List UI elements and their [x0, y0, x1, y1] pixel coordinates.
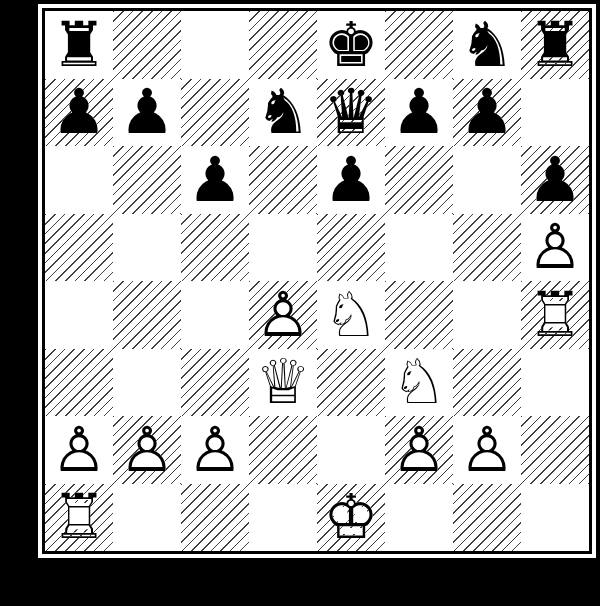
square-d6[interactable]	[249, 146, 317, 214]
square-e8[interactable]: ♚♚	[317, 11, 385, 79]
white-queen-piece: ♕	[249, 349, 317, 417]
piece-backing: ♞	[385, 349, 453, 417]
square-c2[interactable]: ♟♙	[181, 416, 249, 484]
black-queen-piece: ♛	[317, 79, 385, 147]
piece-backing: ♚	[317, 11, 385, 79]
square-d1[interactable]	[249, 484, 317, 552]
black-pawn-piece: ♟	[317, 146, 385, 214]
piece-backing: ♟	[385, 416, 453, 484]
square-b7[interactable]: ♟♟	[113, 79, 181, 147]
square-b3[interactable]	[113, 349, 181, 417]
white-pawn-piece: ♙	[113, 416, 181, 484]
black-pawn-piece: ♟	[385, 79, 453, 147]
square-h7[interactable]	[521, 79, 589, 147]
piece-backing: ♜	[521, 11, 589, 79]
piece-backing: ♛	[317, 79, 385, 147]
square-e5[interactable]	[317, 214, 385, 282]
square-f4[interactable]	[385, 281, 453, 349]
square-g5[interactable]	[453, 214, 521, 282]
white-knight-piece: ♘	[317, 281, 385, 349]
piece-backing: ♛	[249, 349, 317, 417]
black-knight-piece: ♞	[453, 11, 521, 79]
square-g2[interactable]: ♟♙	[453, 416, 521, 484]
square-d5[interactable]	[249, 214, 317, 282]
piece-backing: ♟	[181, 416, 249, 484]
white-rook-piece: ♖	[521, 281, 589, 349]
square-g6[interactable]	[453, 146, 521, 214]
square-f8[interactable]	[385, 11, 453, 79]
black-pawn-piece: ♟	[45, 79, 113, 147]
white-pawn-piece: ♙	[385, 416, 453, 484]
square-a8[interactable]: ♜♜	[45, 11, 113, 79]
square-a3[interactable]	[45, 349, 113, 417]
square-b2[interactable]: ♟♙	[113, 416, 181, 484]
square-f7[interactable]: ♟♟	[385, 79, 453, 147]
piece-backing: ♟	[249, 281, 317, 349]
piece-backing: ♟	[521, 214, 589, 282]
white-pawn-piece: ♙	[45, 416, 113, 484]
square-d8[interactable]	[249, 11, 317, 79]
square-d4[interactable]: ♟♙	[249, 281, 317, 349]
white-king-piece: ♔	[317, 484, 385, 552]
piece-backing: ♟	[181, 146, 249, 214]
black-king-piece: ♚	[317, 11, 385, 79]
square-h1[interactable]	[521, 484, 589, 552]
square-h5[interactable]: ♟♙	[521, 214, 589, 282]
square-b5[interactable]	[113, 214, 181, 282]
white-pawn-piece: ♙	[521, 214, 589, 282]
square-c1[interactable]	[181, 484, 249, 552]
square-a5[interactable]	[45, 214, 113, 282]
piece-backing: ♜	[45, 11, 113, 79]
square-a4[interactable]	[45, 281, 113, 349]
square-e7[interactable]: ♛♛	[317, 79, 385, 147]
piece-backing: ♟	[453, 79, 521, 147]
square-e6[interactable]: ♟♟	[317, 146, 385, 214]
square-b4[interactable]	[113, 281, 181, 349]
piece-backing: ♞	[317, 281, 385, 349]
piece-backing: ♟	[521, 146, 589, 214]
square-c6[interactable]: ♟♟	[181, 146, 249, 214]
square-c4[interactable]	[181, 281, 249, 349]
piece-backing: ♚	[317, 484, 385, 552]
white-knight-piece: ♘	[385, 349, 453, 417]
white-pawn-piece: ♙	[453, 416, 521, 484]
square-a2[interactable]: ♟♙	[45, 416, 113, 484]
square-e1[interactable]: ♚♔	[317, 484, 385, 552]
square-g8[interactable]: ♞♞	[453, 11, 521, 79]
piece-backing: ♟	[113, 416, 181, 484]
square-b1[interactable]	[113, 484, 181, 552]
board: ♜♜♚♚♞♞♜♜♟♟♟♟♞♞♛♛♟♟♟♟♟♟♟♟♟♟♟♙♟♙♞♘♜♖♛♕♞♘♟♙…	[45, 11, 589, 551]
square-f6[interactable]	[385, 146, 453, 214]
piece-backing: ♟	[385, 79, 453, 147]
board-frame: ♜♜♚♚♞♞♜♜♟♟♟♟♞♞♛♛♟♟♟♟♟♟♟♟♟♟♟♙♟♙♞♘♜♖♛♕♞♘♟♙…	[42, 8, 592, 554]
piece-backing: ♞	[249, 79, 317, 147]
square-d7[interactable]: ♞♞	[249, 79, 317, 147]
piece-backing: ♜	[45, 484, 113, 552]
square-e2[interactable]	[317, 416, 385, 484]
piece-backing: ♟	[113, 79, 181, 147]
square-h4[interactable]: ♜♖	[521, 281, 589, 349]
black-rook-piece: ♜	[45, 11, 113, 79]
chess-board-container: ♜♜♚♚♞♞♜♜♟♟♟♟♞♞♛♛♟♟♟♟♟♟♟♟♟♟♟♙♟♙♞♘♜♖♛♕♞♘♟♙…	[38, 4, 596, 558]
black-pawn-piece: ♟	[521, 146, 589, 214]
black-pawn-piece: ♟	[113, 79, 181, 147]
square-h8[interactable]: ♜♜	[521, 11, 589, 79]
square-d3[interactable]: ♛♕	[249, 349, 317, 417]
square-b6[interactable]	[113, 146, 181, 214]
piece-backing: ♟	[45, 79, 113, 147]
square-e4[interactable]: ♞♘	[317, 281, 385, 349]
black-pawn-piece: ♟	[453, 79, 521, 147]
square-c3[interactable]	[181, 349, 249, 417]
square-g3[interactable]	[453, 349, 521, 417]
square-f1[interactable]	[385, 484, 453, 552]
square-h6[interactable]: ♟♟	[521, 146, 589, 214]
square-c7[interactable]	[181, 79, 249, 147]
black-pawn-piece: ♟	[181, 146, 249, 214]
white-pawn-piece: ♙	[249, 281, 317, 349]
square-f2[interactable]: ♟♙	[385, 416, 453, 484]
square-h2[interactable]	[521, 416, 589, 484]
square-b8[interactable]	[113, 11, 181, 79]
square-a6[interactable]	[45, 146, 113, 214]
square-g1[interactable]	[453, 484, 521, 552]
piece-backing: ♟	[453, 416, 521, 484]
square-c5[interactable]	[181, 214, 249, 282]
black-knight-piece: ♞	[249, 79, 317, 147]
square-d2[interactable]	[249, 416, 317, 484]
square-f3[interactable]: ♞♘	[385, 349, 453, 417]
white-rook-piece: ♖	[45, 484, 113, 552]
piece-backing: ♟	[45, 416, 113, 484]
square-e3[interactable]	[317, 349, 385, 417]
square-c8[interactable]	[181, 11, 249, 79]
square-g7[interactable]: ♟♟	[453, 79, 521, 147]
square-h3[interactable]	[521, 349, 589, 417]
piece-backing: ♞	[453, 11, 521, 79]
piece-backing: ♜	[521, 281, 589, 349]
square-f5[interactable]	[385, 214, 453, 282]
square-a1[interactable]: ♜♖	[45, 484, 113, 552]
piece-backing: ♟	[317, 146, 385, 214]
white-pawn-piece: ♙	[181, 416, 249, 484]
black-rook-piece: ♜	[521, 11, 589, 79]
square-g4[interactable]	[453, 281, 521, 349]
square-a7[interactable]: ♟♟	[45, 79, 113, 147]
